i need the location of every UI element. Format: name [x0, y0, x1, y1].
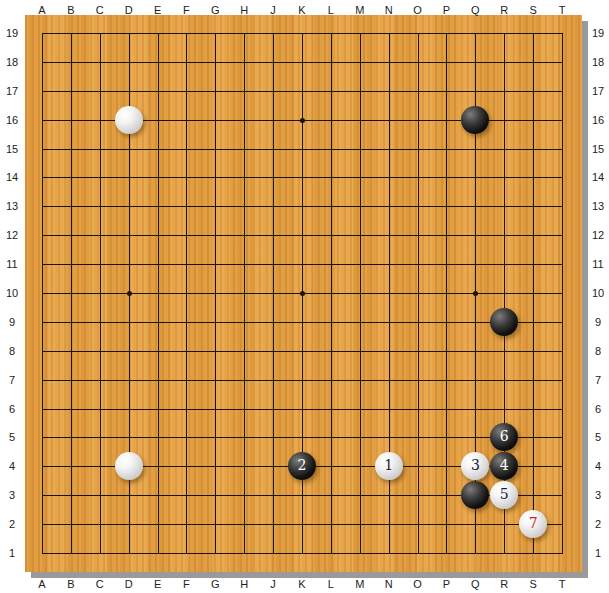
coordinate-label-right: 16 — [586, 113, 609, 127]
coordinate-label-top: Q — [463, 3, 487, 17]
coordinate-label-left: 7 — [0, 373, 24, 387]
coordinate-label-bottom: K — [290, 577, 314, 591]
grid-line-vertical — [360, 33, 361, 554]
coordinate-label-left: 2 — [0, 517, 24, 531]
coordinate-label-left: 1 — [0, 546, 24, 560]
coordinate-label-top: G — [203, 3, 227, 17]
coordinate-label-top: E — [146, 3, 170, 17]
move-number: 4 — [500, 458, 509, 472]
coordinate-label-left: 8 — [0, 344, 24, 358]
coordinate-label-bottom: E — [146, 577, 170, 591]
coordinate-label-left: 19 — [0, 26, 24, 40]
coordinate-label-top: D — [117, 3, 141, 17]
coordinate-label-top: O — [406, 3, 430, 17]
coordinate-label-left: 3 — [0, 488, 24, 502]
coordinate-label-left: 18 — [0, 55, 24, 69]
star-point — [300, 118, 305, 123]
coordinate-label-right: 11 — [586, 257, 609, 271]
coordinate-label-bottom: P — [434, 577, 458, 591]
coordinate-label-left: 17 — [0, 84, 24, 98]
coordinate-label-top: K — [290, 3, 314, 17]
coordinate-label-bottom: G — [203, 577, 227, 591]
coordinate-label-right: 6 — [586, 402, 609, 416]
grid-line-vertical — [562, 33, 563, 554]
coordinate-label-right: 12 — [586, 228, 609, 242]
coordinate-label-right: 7 — [586, 373, 609, 387]
coordinate-label-top: R — [492, 3, 516, 17]
coordinate-label-right: 4 — [586, 459, 609, 473]
coordinate-label-bottom: M — [348, 577, 372, 591]
coordinate-label-bottom: L — [319, 577, 343, 591]
coordinate-label-bottom: C — [88, 577, 112, 591]
grid-line-vertical — [418, 33, 419, 554]
coordinate-label-top: F — [174, 3, 198, 17]
grid-line-vertical — [446, 33, 447, 554]
coordinate-label-left: 16 — [0, 113, 24, 127]
coordinate-label-right: 18 — [586, 55, 609, 69]
coordinate-label-bottom: D — [117, 577, 141, 591]
coordinate-label-right: 15 — [586, 142, 609, 156]
go-diagram: AABBCCDDEEFFGGHHJJKKLLMMNNOOPPQQRRSSTT19… — [0, 0, 609, 593]
coordinate-label-right: 10 — [586, 286, 609, 300]
coordinate-label-right: 8 — [586, 344, 609, 358]
coordinate-label-top: J — [261, 3, 285, 17]
coordinate-label-bottom: Q — [463, 577, 487, 591]
coordinate-label-right: 17 — [586, 84, 609, 98]
coordinate-label-left: 14 — [0, 170, 24, 184]
stone-black[interactable] — [490, 308, 518, 336]
grid-line-horizontal — [42, 351, 563, 352]
coordinate-label-bottom: B — [59, 577, 83, 591]
coordinate-label-bottom: J — [261, 577, 285, 591]
coordinate-label-bottom: N — [377, 577, 401, 591]
move-number: 3 — [471, 458, 480, 472]
coordinate-label-left: 10 — [0, 286, 24, 300]
grid-line-horizontal — [42, 524, 563, 525]
coordinate-label-bottom: T — [550, 577, 574, 591]
star-point — [300, 291, 305, 296]
coordinate-label-right: 9 — [586, 315, 609, 329]
coordinate-label-top: C — [88, 3, 112, 17]
coordinate-label-top: P — [434, 3, 458, 17]
grid-line-horizontal — [42, 380, 563, 381]
coordinate-label-left: 4 — [0, 459, 24, 473]
move-number: 2 — [298, 458, 307, 472]
coordinate-label-left: 11 — [0, 257, 24, 271]
coordinate-label-right: 3 — [586, 488, 609, 502]
stone-white[interactable] — [115, 452, 143, 480]
stone-black[interactable] — [461, 106, 489, 134]
coordinate-label-bottom: R — [492, 577, 516, 591]
coordinate-label-left: 15 — [0, 142, 24, 156]
coordinate-label-bottom: A — [30, 577, 54, 591]
coordinate-label-right: 19 — [586, 26, 609, 40]
coordinate-label-top: H — [232, 3, 256, 17]
stone-white[interactable] — [115, 106, 143, 134]
grid-line-vertical — [331, 33, 332, 554]
coordinate-label-bottom: H — [232, 577, 256, 591]
coordinate-label-top: S — [521, 3, 545, 17]
coordinate-label-right: 2 — [586, 517, 609, 531]
grid-line-vertical — [533, 33, 534, 554]
coordinate-label-right: 14 — [586, 170, 609, 184]
coordinate-label-bottom: O — [406, 577, 430, 591]
coordinate-label-top: N — [377, 3, 401, 17]
coordinate-label-left: 13 — [0, 199, 24, 213]
coordinate-label-top: M — [348, 3, 372, 17]
coordinate-label-top: B — [59, 3, 83, 17]
move-number: 6 — [500, 429, 509, 443]
star-point — [127, 291, 132, 296]
grid-line-horizontal — [42, 437, 563, 438]
coordinate-label-left: 5 — [0, 430, 24, 444]
coordinate-label-top: A — [30, 3, 54, 17]
move-number: 1 — [384, 458, 393, 472]
move-number: 5 — [500, 487, 509, 501]
grid-line-horizontal — [42, 553, 563, 554]
coordinate-label-right: 1 — [586, 546, 609, 560]
grid-line-horizontal — [42, 409, 563, 410]
coordinate-label-top: T — [550, 3, 574, 17]
coordinate-label-left: 12 — [0, 228, 24, 242]
coordinate-label-bottom: F — [174, 577, 198, 591]
coordinate-label-right: 13 — [586, 199, 609, 213]
move-number: 7 — [529, 516, 538, 530]
coordinate-label-right: 5 — [586, 430, 609, 444]
coordinate-label-top: L — [319, 3, 343, 17]
stone-white[interactable]: 1 — [375, 452, 403, 480]
coordinate-label-left: 9 — [0, 315, 24, 329]
coordinate-label-bottom: S — [521, 577, 545, 591]
coordinate-label-left: 6 — [0, 402, 24, 416]
grid-line-horizontal — [42, 322, 563, 323]
